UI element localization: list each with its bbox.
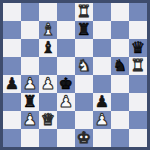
square-f2[interactable]: ♟	[93, 111, 111, 129]
square-c3[interactable]	[39, 93, 57, 111]
square-d4[interactable]: ♚	[57, 75, 75, 93]
white-queen-piece: ♛	[41, 111, 55, 129]
square-d1[interactable]	[57, 129, 75, 147]
chess-board: ♜♝♜♝♛♞♞♜♟♟♟♚♜♟♟♟♛♟♚	[0, 0, 150, 150]
square-b1[interactable]	[21, 129, 39, 147]
square-a7[interactable]	[3, 21, 21, 39]
square-e2[interactable]	[75, 111, 93, 129]
square-c7[interactable]: ♝	[39, 21, 57, 39]
square-a1[interactable]	[3, 129, 21, 147]
black-bishop-piece: ♝	[41, 39, 55, 57]
square-d3[interactable]: ♟	[57, 93, 75, 111]
square-h8[interactable]	[129, 3, 147, 21]
square-g1[interactable]	[111, 129, 129, 147]
square-a2[interactable]	[3, 111, 21, 129]
square-a5[interactable]	[3, 57, 21, 75]
square-d5[interactable]	[57, 57, 75, 75]
white-king-piece: ♚	[77, 129, 91, 147]
square-h4[interactable]	[129, 75, 147, 93]
white-rook-piece: ♜	[77, 3, 91, 21]
black-rook-piece: ♜	[77, 21, 91, 39]
square-c6[interactable]: ♝	[39, 39, 57, 57]
square-a8[interactable]	[3, 3, 21, 21]
square-f8[interactable]	[93, 3, 111, 21]
square-c4[interactable]: ♟	[39, 75, 57, 93]
square-h1[interactable]	[129, 129, 147, 147]
square-d8[interactable]	[57, 3, 75, 21]
square-g8[interactable]	[111, 3, 129, 21]
square-h3[interactable]	[129, 93, 147, 111]
square-a4[interactable]: ♟	[3, 75, 21, 93]
white-knight-piece: ♞	[77, 57, 91, 75]
white-pawn-piece: ♟	[95, 111, 109, 129]
square-d7[interactable]	[57, 21, 75, 39]
square-b5[interactable]	[21, 57, 39, 75]
square-g5[interactable]: ♞	[111, 57, 129, 75]
square-d2[interactable]	[57, 111, 75, 129]
square-e7[interactable]: ♜	[75, 21, 93, 39]
square-e3[interactable]	[75, 93, 93, 111]
square-g3[interactable]	[111, 93, 129, 111]
white-pawn-piece: ♟	[41, 75, 55, 93]
square-b3[interactable]: ♜	[21, 93, 39, 111]
square-f5[interactable]	[93, 57, 111, 75]
square-g4[interactable]	[111, 75, 129, 93]
square-g6[interactable]	[111, 39, 129, 57]
square-b6[interactable]	[21, 39, 39, 57]
black-queen-piece: ♛	[131, 39, 145, 57]
square-a6[interactable]	[3, 39, 21, 57]
square-h7[interactable]	[129, 21, 147, 39]
black-rook-piece: ♜	[23, 93, 37, 111]
square-e8[interactable]: ♜	[75, 3, 93, 21]
black-king-piece: ♚	[59, 75, 73, 93]
square-b4[interactable]: ♟	[21, 75, 39, 93]
square-f6[interactable]	[93, 39, 111, 57]
square-d6[interactable]	[57, 39, 75, 57]
square-c1[interactable]	[39, 129, 57, 147]
square-h5[interactable]: ♜	[129, 57, 147, 75]
black-pawn-piece: ♟	[95, 93, 109, 111]
white-bishop-piece: ♝	[41, 21, 55, 39]
white-pawn-piece: ♟	[59, 93, 73, 111]
square-e5[interactable]: ♞	[75, 57, 93, 75]
white-pawn-piece: ♟	[23, 111, 37, 129]
square-f1[interactable]	[93, 129, 111, 147]
square-h6[interactable]: ♛	[129, 39, 147, 57]
square-e6[interactable]	[75, 39, 93, 57]
square-c8[interactable]	[39, 3, 57, 21]
square-e1[interactable]: ♚	[75, 129, 93, 147]
black-knight-piece: ♞	[113, 57, 127, 75]
square-b8[interactable]	[21, 3, 39, 21]
square-f3[interactable]: ♟	[93, 93, 111, 111]
white-pawn-piece: ♟	[23, 75, 37, 93]
square-c5[interactable]	[39, 57, 57, 75]
square-f7[interactable]	[93, 21, 111, 39]
square-b7[interactable]	[21, 21, 39, 39]
square-f4[interactable]	[93, 75, 111, 93]
black-pawn-piece: ♟	[5, 75, 19, 93]
square-c2[interactable]: ♛	[39, 111, 57, 129]
square-b2[interactable]: ♟	[21, 111, 39, 129]
square-g7[interactable]	[111, 21, 129, 39]
square-h2[interactable]	[129, 111, 147, 129]
square-a3[interactable]	[3, 93, 21, 111]
square-g2[interactable]	[111, 111, 129, 129]
square-e4[interactable]	[75, 75, 93, 93]
white-rook-piece: ♜	[131, 57, 145, 75]
